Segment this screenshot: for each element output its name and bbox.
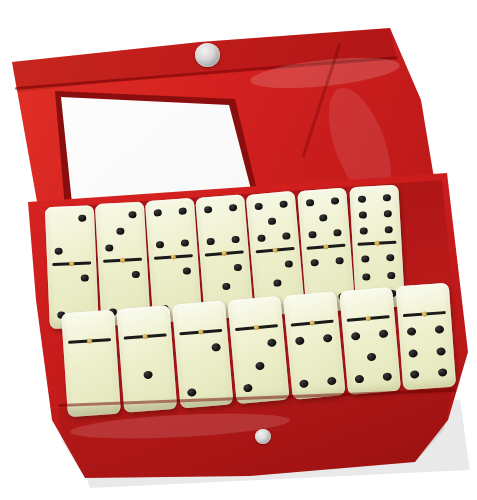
pip-cell [282,254,296,273]
pip-cell [360,268,373,287]
pip-dot [282,232,291,240]
pip-cell [383,248,396,267]
pip-cell [152,220,165,237]
pip-dot [207,237,216,245]
domino-half-top-5-pips [297,188,350,248]
pip-dot [331,197,340,205]
pip-dot [378,329,388,338]
pip-dot [105,244,113,251]
pip-cell [262,314,276,323]
pip-dot [410,370,420,379]
domino-half-top-0-pips [172,300,227,332]
pip-cell [226,199,240,216]
pip-cell [127,222,140,239]
pip-cell [433,340,448,363]
pip-dot [180,239,188,247]
pip-dot [383,194,391,201]
pip-dot [268,217,277,225]
pip-cell [370,222,383,239]
pip-cell [71,369,86,391]
pip-cell [324,370,340,393]
pip-cell [154,362,169,385]
domino-half-top-0-pips [116,305,171,337]
pip-cell [165,219,178,236]
pip-dot [267,338,277,347]
domino-half-top-4-pips [145,198,198,257]
pip-cell [63,210,76,227]
pip-dot [154,209,162,217]
pip-cell [178,234,191,251]
pip-dot [55,247,63,254]
pip-dot [204,205,213,213]
pip-dot [308,231,317,239]
pip-dot [299,379,309,388]
pip-cell [268,374,284,397]
pip-cell [69,347,84,369]
pip-cell [102,223,115,240]
pip-cell [67,287,80,306]
pip-dot [156,241,164,249]
pip-dot [229,203,238,211]
domino-half-bottom-6-pips [398,314,456,391]
pip-cell [85,368,100,390]
pip-cell [229,231,243,248]
pip-cell [277,195,291,212]
pip-cell [66,269,79,288]
pip-dot [80,274,88,281]
domino-half-top-0-pips [396,283,451,315]
pip-dot [358,195,366,202]
pip-dot [335,257,344,265]
domino-tile-front-row-6-0-5[interactable] [339,287,401,395]
pip-cell [53,270,66,289]
pip-cell [97,345,112,367]
pip-cell [430,301,444,310]
domino-tile-front-row-7-0-6[interactable] [396,283,456,391]
pip-cell [207,319,221,328]
pip-cell [193,320,207,329]
pip-dot [178,207,186,215]
pip-cell [126,206,139,223]
pip-dot [438,368,448,377]
pip-cell [381,205,394,222]
pip-cell [435,361,450,384]
pip-cell [105,284,118,303]
pip-cell [179,321,193,330]
pip-cell [316,193,330,210]
pip-cell [372,267,385,286]
pip-dot [333,229,342,237]
pip-dot [322,334,332,343]
pip-cell [432,318,447,341]
pip-cell [379,365,395,388]
pip-dot [255,202,264,210]
pip-cell [104,266,117,285]
pip-cell [115,239,128,256]
pip-cell [403,303,417,312]
pip-dot [306,199,315,207]
pip-cell [384,266,397,285]
pip-cell [76,209,89,226]
pip-dot [117,227,125,234]
pip-cell [117,266,130,285]
domino-half-top-4-pips [195,194,248,254]
pip-dot [182,267,190,275]
pip-cell [166,235,179,252]
pip-cell [417,302,431,311]
pip-dot [327,377,337,386]
pip-cell [68,330,82,339]
pip-dot [383,210,391,217]
pip-dot [243,384,253,393]
pip-cell [101,207,114,224]
pip-cell [331,224,345,241]
pip-dot [231,235,240,243]
pip-cell [347,308,361,317]
domino-tile-front-row-4-0-3[interactable] [227,296,289,404]
pip-dot [362,273,370,280]
pip-cell [334,269,348,288]
pip-cell [210,357,225,380]
pip-dot [407,327,417,336]
pip-cell [357,222,370,239]
pip-cell [328,192,342,209]
pip-cell [279,227,293,244]
pip-cell [79,287,92,306]
pip-cell [78,268,91,287]
pip-cell [52,226,65,243]
pip-cell [232,276,246,295]
pip-dot [187,388,197,397]
pip-cell [54,288,67,307]
pip-dot [284,260,293,268]
pip-cell [318,310,332,319]
pip-cell [266,353,282,376]
pip-dot [143,370,153,379]
pip-cell [382,221,395,238]
domino-half-top-2-pips [45,205,96,263]
pip-cell [52,242,65,259]
pip-cell [151,204,164,221]
domino-half-top-5-pips [246,191,300,251]
pip-cell [356,206,369,223]
product-photo-domino-case [0,0,477,500]
pip-cell [356,190,369,207]
domino-half-top-0-pips [61,310,116,342]
pip-cell [369,206,382,223]
pip-dot [355,375,365,384]
pip-cell [377,344,393,367]
pip-cell [319,327,335,350]
pip-cell [124,326,138,335]
pip-cell [98,367,113,389]
pip-cell [329,208,343,225]
pip-cell [153,236,166,253]
pip-cell [151,324,165,333]
pip-cell [368,190,381,207]
pip-cell [163,203,176,220]
pip-dot [361,255,369,262]
pip-cell [83,346,98,368]
pip-dot [386,254,394,261]
pip-cell [283,272,297,291]
pip-cell [152,341,167,364]
pip-cell [82,329,96,338]
pip-dot [319,214,328,222]
pip-cell [359,249,372,268]
pip-cell [114,223,127,240]
pip-cell [76,225,89,242]
pip-dot [382,372,392,381]
pip-dot [436,347,446,356]
pip-cell [51,210,64,227]
domino-tile-front-row-5-0-4[interactable] [283,291,346,400]
pip-dot [409,349,419,358]
pip-cell [208,336,223,359]
pip-dot [359,211,367,218]
pip-dot [128,210,136,217]
pip-dot [78,214,86,221]
pip-cell [360,307,374,316]
pip-dot [387,272,395,279]
pip-cell [64,226,77,243]
domino-tile-front-row-2-0-1[interactable] [116,305,177,413]
pip-cell [278,211,292,228]
pip-cell [96,328,110,337]
pip-dot [274,279,283,287]
pip-cell [130,283,143,302]
pip-cell [176,202,189,219]
pip-dot [279,200,288,208]
pip-cell [291,312,305,321]
pip-dot [367,352,377,361]
pip-cell [227,215,241,232]
pip-cell [249,316,263,325]
pip-dot [351,332,361,341]
pip-dot [311,259,320,267]
pip-dot [360,227,368,234]
pip-dot [223,283,232,291]
pip-dot [257,234,266,242]
domino-tile-front-row-3-0-2[interactable] [172,300,234,408]
pip-cell [231,258,245,277]
pip-dot [255,361,265,370]
pip-dot [131,271,139,278]
pip-cell [181,279,195,298]
pip-cell [65,242,78,259]
domino-half-top-3-pips [95,201,147,260]
pip-cell [322,348,338,371]
domino-half-bottom-3-pips [230,327,289,404]
pip-cell [180,261,194,280]
domino-half-bottom-4-pips [286,322,346,400]
snap-button-lid [195,43,220,67]
pip-dot [295,336,305,345]
pip-cell [303,194,317,211]
snap-button-front [255,429,271,444]
pip-cell [374,305,388,314]
pip-cell [304,311,318,320]
pip-cell [77,241,90,258]
pip-cell [380,189,393,206]
pip-dot [233,263,242,271]
pip-dot [211,343,221,352]
pip-cell [137,325,151,334]
domino-half-top-6-pips [349,185,401,244]
pip-cell [305,210,319,227]
pip-cell [235,317,249,326]
pip-cell [113,207,126,224]
pip-cell [371,249,384,268]
pip-cell [177,218,190,235]
pip-cell [118,284,131,303]
domino-half-bottom-5-pips [342,318,401,395]
pip-cell [375,322,391,345]
pip-dot [434,325,444,334]
pip-cell [333,251,347,270]
pip-cell [103,239,116,256]
pip-cell [127,238,140,255]
pip-dot [384,226,392,233]
pip-cell [129,265,142,284]
pip-cell [264,331,280,354]
